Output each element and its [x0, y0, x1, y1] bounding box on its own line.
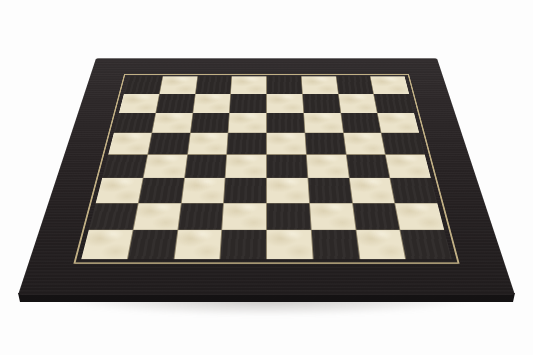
square-r7c6 — [356, 230, 405, 259]
square-r5c2 — [181, 178, 225, 203]
square-r5c3 — [224, 178, 266, 203]
square-r6c2 — [178, 203, 223, 230]
photo-background — [0, 0, 533, 355]
square-r4c1 — [143, 155, 186, 178]
square-r5c0 — [96, 178, 143, 203]
square-r7c0 — [81, 230, 132, 259]
square-r2c1 — [152, 113, 192, 133]
square-r5c4 — [267, 178, 309, 203]
square-r2c7 — [378, 113, 419, 133]
square-r1c6 — [338, 94, 377, 112]
square-r4c5 — [307, 155, 349, 178]
square-r4c7 — [386, 155, 431, 178]
square-r3c0 — [108, 133, 151, 154]
square-r5c7 — [390, 178, 437, 203]
square-r2c0 — [114, 113, 155, 133]
chess-board — [18, 58, 515, 295]
square-r0c3 — [231, 76, 266, 93]
square-r4c2 — [185, 155, 227, 178]
square-r4c6 — [346, 155, 389, 178]
square-r0c7 — [371, 76, 409, 93]
square-r6c1 — [133, 203, 180, 230]
square-r1c1 — [156, 94, 195, 112]
square-r2c4 — [267, 113, 304, 133]
square-r7c7 — [401, 230, 452, 259]
square-r0c5 — [301, 76, 337, 93]
square-r5c5 — [308, 178, 352, 203]
square-r7c5 — [312, 230, 359, 259]
square-r3c2 — [188, 133, 228, 154]
square-r0c2 — [195, 76, 231, 93]
square-r2c3 — [229, 113, 266, 133]
square-r6c0 — [89, 203, 138, 230]
square-r1c5 — [303, 94, 340, 112]
square-r1c2 — [193, 94, 230, 112]
square-r4c3 — [226, 155, 266, 178]
square-r1c4 — [267, 94, 303, 112]
square-r6c7 — [395, 203, 444, 230]
square-r0c4 — [267, 76, 302, 93]
square-r4c0 — [102, 155, 147, 178]
square-r6c5 — [310, 203, 355, 230]
square-r7c2 — [174, 230, 221, 259]
square-r5c6 — [349, 178, 394, 203]
square-r1c0 — [119, 94, 159, 112]
square-r6c3 — [222, 203, 266, 230]
square-r3c6 — [343, 133, 385, 154]
square-r7c1 — [128, 230, 177, 259]
square-r0c6 — [336, 76, 373, 93]
square-r6c6 — [353, 203, 400, 230]
square-r2c6 — [341, 113, 381, 133]
square-r3c4 — [267, 133, 306, 154]
square-r6c4 — [267, 203, 311, 230]
square-r1c7 — [374, 94, 414, 112]
playing-field — [81, 76, 452, 259]
square-r4c4 — [267, 155, 307, 178]
square-r5c1 — [139, 178, 184, 203]
square-r3c1 — [148, 133, 190, 154]
square-r7c3 — [221, 230, 267, 259]
square-r2c5 — [304, 113, 343, 133]
square-r3c7 — [382, 133, 425, 154]
square-r1c3 — [230, 94, 266, 112]
square-r0c0 — [124, 76, 162, 93]
square-r7c4 — [267, 230, 313, 259]
square-r0c1 — [160, 76, 197, 93]
square-r2c2 — [190, 113, 229, 133]
square-r3c5 — [305, 133, 345, 154]
square-r3c3 — [227, 133, 266, 154]
